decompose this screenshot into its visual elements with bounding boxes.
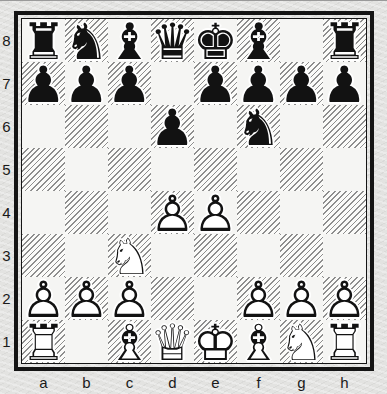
- rank-label-4: 4: [0, 191, 13, 234]
- file-labels: abcdefgh: [22, 374, 366, 392]
- white-knight-outline: ♘: [280, 321, 323, 364]
- white-pawn[interactable]: ♟♙: [194, 191, 237, 234]
- white-rook[interactable]: ♜♖: [323, 320, 366, 363]
- rank-labels: 87654321: [0, 19, 13, 363]
- white-bishop[interactable]: ♝♗: [237, 320, 280, 363]
- file-label-d: d: [151, 374, 194, 392]
- black-pawn-glyph: ♟: [65, 63, 108, 106]
- file-label-a: a: [22, 374, 65, 392]
- black-pawn-glyph: ♟: [22, 63, 65, 106]
- square-d6[interactable]: ♟: [151, 105, 194, 148]
- square-d4[interactable]: ♟♙: [151, 191, 194, 234]
- black-queen[interactable]: ♛: [151, 19, 194, 62]
- square-e4[interactable]: ♟♙: [194, 191, 237, 234]
- file-label-b: b: [65, 374, 108, 392]
- file-label-e: e: [194, 374, 237, 392]
- white-pawn[interactable]: ♟♙: [65, 277, 108, 320]
- white-pawn[interactable]: ♟♙: [151, 191, 194, 234]
- rank-label-8: 8: [0, 19, 13, 62]
- square-c5[interactable]: [108, 148, 151, 191]
- square-c1[interactable]: ♝♗: [108, 320, 151, 363]
- chessboard: ♜♞♝♛♚♝♜♟♟♟♟♟♟♟♟♞♟♙♟♙♞♘♟♙♟♙♟♙♟♙♟♙♟♙♜♖♝♗♛♕…: [14, 11, 374, 371]
- black-pawn[interactable]: ♟: [65, 62, 108, 105]
- square-h1[interactable]: ♜♖: [323, 320, 366, 363]
- white-queen-outline: ♕: [151, 321, 194, 364]
- black-pawn[interactable]: ♟: [22, 62, 65, 105]
- scan-edge-line: [0, 0, 387, 1]
- square-d1[interactable]: ♛♕: [151, 320, 194, 363]
- black-pawn[interactable]: ♟: [280, 62, 323, 105]
- black-pawn-glyph: ♟: [151, 106, 194, 149]
- black-pawn[interactable]: ♟: [108, 62, 151, 105]
- black-pawn-glyph: ♟: [323, 63, 366, 106]
- white-queen[interactable]: ♛♕: [151, 320, 194, 363]
- square-g1[interactable]: ♞♘: [280, 320, 323, 363]
- square-h7[interactable]: ♟: [323, 62, 366, 105]
- black-knight[interactable]: ♞: [237, 105, 280, 148]
- black-pawn[interactable]: ♟: [194, 62, 237, 105]
- square-c7[interactable]: ♟: [108, 62, 151, 105]
- square-a4[interactable]: [22, 191, 65, 234]
- rank-label-1: 1: [0, 320, 13, 363]
- square-a5[interactable]: [22, 148, 65, 191]
- board-grid: ♜♞♝♛♚♝♜♟♟♟♟♟♟♟♟♞♟♙♟♙♞♘♟♙♟♙♟♙♟♙♟♙♟♙♜♖♝♗♛♕…: [22, 19, 366, 363]
- square-h4[interactable]: [323, 191, 366, 234]
- black-pawn[interactable]: ♟: [151, 105, 194, 148]
- square-a7[interactable]: ♟: [22, 62, 65, 105]
- square-d8[interactable]: ♛: [151, 19, 194, 62]
- white-rook-outline: ♖: [22, 321, 65, 364]
- white-pawn-outline: ♙: [65, 278, 108, 321]
- black-queen-glyph: ♛: [151, 20, 194, 63]
- square-e7[interactable]: ♟: [194, 62, 237, 105]
- white-pawn-outline: ♙: [151, 192, 194, 235]
- black-pawn-glyph: ♟: [108, 63, 151, 106]
- square-b5[interactable]: [65, 148, 108, 191]
- square-f4[interactable]: [237, 191, 280, 234]
- square-b2[interactable]: ♟♙: [65, 277, 108, 320]
- white-king[interactable]: ♚♔: [194, 320, 237, 363]
- rank-label-5: 5: [0, 148, 13, 191]
- square-h5[interactable]: [323, 148, 366, 191]
- white-bishop-outline: ♗: [108, 321, 151, 364]
- square-f1[interactable]: ♝♗: [237, 320, 280, 363]
- square-g5[interactable]: [280, 148, 323, 191]
- white-king-outline: ♔: [194, 321, 237, 364]
- white-bishop[interactable]: ♝♗: [108, 320, 151, 363]
- file-label-c: c: [108, 374, 151, 392]
- white-rook-outline: ♖: [323, 321, 366, 364]
- square-a1[interactable]: ♜♖: [22, 320, 65, 363]
- rank-label-3: 3: [0, 234, 13, 277]
- rank-label-6: 6: [0, 105, 13, 148]
- white-pawn-outline: ♙: [194, 192, 237, 235]
- white-knight[interactable]: ♞♘: [280, 320, 323, 363]
- black-pawn-glyph: ♟: [194, 63, 237, 106]
- square-b7[interactable]: ♟: [65, 62, 108, 105]
- file-label-g: g: [280, 374, 323, 392]
- square-e1[interactable]: ♚♔: [194, 320, 237, 363]
- rank-label-2: 2: [0, 277, 13, 320]
- square-g7[interactable]: ♟: [280, 62, 323, 105]
- black-pawn[interactable]: ♟: [323, 62, 366, 105]
- rank-label-7: 7: [0, 62, 13, 105]
- file-label-h: h: [323, 374, 366, 392]
- black-knight-glyph: ♞: [237, 106, 280, 149]
- square-b4[interactable]: [65, 191, 108, 234]
- white-bishop-outline: ♗: [237, 321, 280, 364]
- file-label-f: f: [237, 374, 280, 392]
- black-pawn-glyph: ♟: [280, 63, 323, 106]
- square-g4[interactable]: [280, 191, 323, 234]
- chessboard-inner-frame: ♜♞♝♛♚♝♜♟♟♟♟♟♟♟♟♞♟♙♟♙♞♘♟♙♟♙♟♙♟♙♟♙♟♙♜♖♝♗♛♕…: [21, 18, 367, 364]
- square-f6[interactable]: ♞: [237, 105, 280, 148]
- white-rook[interactable]: ♜♖: [22, 320, 65, 363]
